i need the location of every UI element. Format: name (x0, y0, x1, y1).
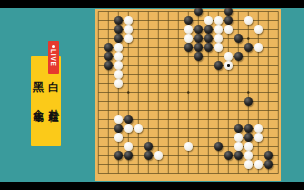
black-stone (124, 115, 133, 124)
stones-layer (93, 7, 283, 178)
black-stone (234, 151, 243, 160)
white-stone (224, 25, 233, 34)
black-stone (204, 25, 213, 34)
white-stone (114, 52, 123, 61)
black-stone (194, 34, 203, 43)
black-stone (244, 43, 253, 52)
white-stone (114, 43, 123, 52)
black-stone (144, 142, 153, 151)
white-stone (214, 43, 223, 52)
black-stone (214, 142, 223, 151)
black-stone (264, 160, 273, 169)
black-stone (184, 43, 193, 52)
black-stone (264, 151, 273, 160)
white-stone (254, 25, 263, 34)
live-label: LIVE (50, 49, 57, 67)
white-stone (114, 115, 123, 124)
white-stone (114, 79, 123, 88)
black-stone (234, 52, 243, 61)
black-stone (234, 34, 243, 43)
white-stone (134, 124, 143, 133)
white-stone (214, 25, 223, 34)
white-stone (234, 142, 243, 151)
white-stone (184, 142, 193, 151)
black-stone (114, 16, 123, 25)
white-stone (244, 160, 253, 169)
black-stone (184, 16, 193, 25)
white-stone (204, 16, 213, 25)
white-stone-last-move (224, 61, 233, 70)
black-stone (194, 7, 203, 16)
white-stone (124, 124, 133, 133)
black-stone (114, 124, 123, 133)
white-player-name: 朴廷桓 (47, 101, 60, 106)
black-stone (224, 16, 233, 25)
letterbox-bottom (0, 182, 304, 190)
white-stone (244, 16, 253, 25)
white-stone (214, 34, 223, 43)
black-stone (244, 133, 253, 142)
black-stone (194, 25, 203, 34)
white-stone (254, 133, 263, 142)
white-stone (184, 34, 193, 43)
white-stone (114, 70, 123, 79)
black-stone (244, 124, 253, 133)
white-stone (244, 151, 253, 160)
white-stone (124, 34, 133, 43)
black-stone (234, 124, 243, 133)
black-stone (224, 7, 233, 16)
white-stone (224, 52, 233, 61)
black-stone (194, 43, 203, 52)
black-stone (124, 151, 133, 160)
black-stone (204, 43, 213, 52)
black-stone (244, 97, 253, 106)
white-color-label: 白 (48, 81, 59, 93)
black-stone (114, 25, 123, 34)
broadcast-frame: 黑 金志锡 白 朴廷桓 LIVE (0, 0, 304, 190)
black-color-label: 黑 (33, 81, 44, 93)
letterbox-top (0, 0, 304, 8)
white-stone (214, 16, 223, 25)
live-badge: LIVE (48, 41, 59, 74)
go-board (95, 9, 281, 181)
black-stone (204, 34, 213, 43)
black-player-column: 黑 金志锡 (31, 56, 46, 146)
white-stone (124, 25, 133, 34)
white-stone (244, 142, 253, 151)
white-stone (154, 151, 163, 160)
black-stone (104, 43, 113, 52)
white-stone (124, 16, 133, 25)
black-stone (104, 61, 113, 70)
white-stone (124, 142, 133, 151)
white-stone (254, 124, 263, 133)
black-player-name: 金志锡 (32, 101, 45, 106)
black-stone (144, 151, 153, 160)
black-stone (114, 151, 123, 160)
black-stone (114, 34, 123, 43)
black-stone (214, 61, 223, 70)
white-stone (234, 133, 243, 142)
black-stone (104, 52, 113, 61)
white-stone (114, 61, 123, 70)
white-stone (254, 160, 263, 169)
white-stone (184, 25, 193, 34)
black-stone (224, 151, 233, 160)
live-dot-icon (52, 45, 55, 48)
black-stone (194, 52, 203, 61)
white-stone (254, 43, 263, 52)
white-stone (114, 133, 123, 142)
